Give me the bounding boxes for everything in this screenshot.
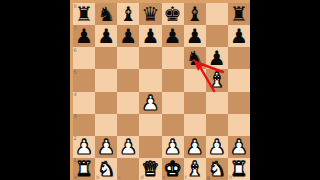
square-d8[interactable]: ♛ bbox=[139, 3, 161, 25]
black-rook: ♜ bbox=[75, 4, 93, 24]
black-king: ♚ bbox=[164, 4, 182, 24]
square-b2[interactable]: ♟ bbox=[95, 136, 117, 158]
square-d3[interactable] bbox=[139, 114, 161, 136]
square-b7[interactable]: ♟ bbox=[95, 25, 117, 47]
rank-label: 6 bbox=[74, 48, 77, 53]
square-d2[interactable] bbox=[139, 136, 161, 158]
square-g7[interactable] bbox=[206, 25, 228, 47]
square-c2[interactable]: ♟ bbox=[117, 136, 139, 158]
white-pawn: ♟ bbox=[97, 136, 115, 156]
square-c3[interactable] bbox=[117, 114, 139, 136]
black-pawn: ♟ bbox=[230, 26, 248, 46]
black-pawn: ♟ bbox=[164, 26, 182, 46]
square-b8[interactable]: ♞ bbox=[95, 3, 117, 25]
square-e7[interactable]: ♟ bbox=[162, 25, 184, 47]
white-pawn: ♟ bbox=[164, 136, 182, 156]
square-b6[interactable] bbox=[95, 47, 117, 69]
chess-board: 8♜♞♝♛♚♝♜7♟♟♟♟♟♟♟6♞♟5♝4♟32♟♟♟♟♟♟♟1a♜b♞cd♛… bbox=[70, 0, 250, 180]
square-g4[interactable] bbox=[206, 92, 228, 114]
white-knight: ♞ bbox=[97, 158, 115, 178]
rank-label: 4 bbox=[74, 92, 77, 97]
square-d1[interactable]: d♛ bbox=[139, 158, 161, 180]
square-g1[interactable]: g♞ bbox=[206, 158, 228, 180]
black-bishop: ♝ bbox=[186, 4, 204, 24]
white-queen: ♛ bbox=[141, 158, 159, 178]
square-e4[interactable] bbox=[162, 92, 184, 114]
square-g2[interactable]: ♟ bbox=[206, 136, 228, 158]
square-f4[interactable] bbox=[184, 92, 206, 114]
square-d5[interactable] bbox=[139, 69, 161, 91]
square-h8[interactable]: ♜ bbox=[228, 3, 250, 25]
black-knight: ♞ bbox=[97, 4, 115, 24]
rank-label: 3 bbox=[74, 114, 77, 119]
letterbox-left bbox=[0, 0, 70, 180]
square-c1[interactable]: c bbox=[117, 158, 139, 180]
square-a6[interactable]: 6 bbox=[73, 47, 95, 69]
white-knight: ♞ bbox=[208, 158, 226, 178]
square-e6[interactable] bbox=[162, 47, 184, 69]
square-b4[interactable] bbox=[95, 92, 117, 114]
rank-label: 5 bbox=[74, 70, 77, 75]
square-c5[interactable] bbox=[117, 69, 139, 91]
square-f2[interactable]: ♟ bbox=[184, 136, 206, 158]
black-knight: ♞ bbox=[186, 48, 204, 68]
square-f3[interactable] bbox=[184, 114, 206, 136]
white-pawn: ♟ bbox=[230, 136, 248, 156]
black-pawn: ♟ bbox=[97, 26, 115, 46]
square-d4[interactable]: ♟ bbox=[139, 92, 161, 114]
white-rook: ♜ bbox=[230, 158, 248, 178]
board-grid: 8♜♞♝♛♚♝♜7♟♟♟♟♟♟♟6♞♟5♝4♟32♟♟♟♟♟♟♟1a♜b♞cd♛… bbox=[73, 3, 250, 180]
square-a8[interactable]: 8♜ bbox=[73, 3, 95, 25]
square-a5[interactable]: 5 bbox=[73, 69, 95, 91]
black-bishop: ♝ bbox=[119, 4, 137, 24]
letterbox-right bbox=[250, 0, 320, 180]
square-g5[interactable]: ♝ bbox=[206, 69, 228, 91]
square-e2[interactable]: ♟ bbox=[162, 136, 184, 158]
square-c4[interactable] bbox=[117, 92, 139, 114]
square-a3[interactable]: 3 bbox=[73, 114, 95, 136]
square-b5[interactable] bbox=[95, 69, 117, 91]
black-pawn: ♟ bbox=[75, 26, 93, 46]
square-f7[interactable]: ♟ bbox=[184, 25, 206, 47]
square-h3[interactable] bbox=[228, 114, 250, 136]
black-pawn: ♟ bbox=[208, 48, 226, 68]
square-g6[interactable]: ♟ bbox=[206, 47, 228, 69]
square-a1[interactable]: 1a♜ bbox=[73, 158, 95, 180]
white-rook: ♜ bbox=[75, 158, 93, 178]
white-pawn: ♟ bbox=[186, 136, 204, 156]
square-e8[interactable]: ♚ bbox=[162, 3, 184, 25]
square-f5[interactable] bbox=[184, 69, 206, 91]
square-h7[interactable]: ♟ bbox=[228, 25, 250, 47]
square-a2[interactable]: 2♟ bbox=[73, 136, 95, 158]
white-pawn: ♟ bbox=[75, 136, 93, 156]
black-rook: ♜ bbox=[230, 4, 248, 24]
square-g3[interactable] bbox=[206, 114, 228, 136]
white-bishop: ♝ bbox=[208, 70, 226, 90]
square-h4[interactable] bbox=[228, 92, 250, 114]
square-g8[interactable] bbox=[206, 3, 228, 25]
white-pawn: ♟ bbox=[119, 136, 137, 156]
square-e1[interactable]: e♚ bbox=[162, 158, 184, 180]
white-pawn: ♟ bbox=[141, 92, 159, 112]
square-c7[interactable]: ♟ bbox=[117, 25, 139, 47]
square-d7[interactable]: ♟ bbox=[139, 25, 161, 47]
square-f1[interactable]: f♝ bbox=[184, 158, 206, 180]
square-c8[interactable]: ♝ bbox=[117, 3, 139, 25]
video-frame: 8♜♞♝♛♚♝♜7♟♟♟♟♟♟♟6♞♟5♝4♟32♟♟♟♟♟♟♟1a♜b♞cd♛… bbox=[0, 0, 320, 180]
square-a7[interactable]: 7♟ bbox=[73, 25, 95, 47]
white-king: ♚ bbox=[164, 158, 182, 178]
square-d6[interactable] bbox=[139, 47, 161, 69]
square-h1[interactable]: h♜ bbox=[228, 158, 250, 180]
file-label: c bbox=[118, 175, 121, 180]
square-b3[interactable] bbox=[95, 114, 117, 136]
black-pawn: ♟ bbox=[119, 26, 137, 46]
white-pawn: ♟ bbox=[208, 136, 226, 156]
square-a4[interactable]: 4 bbox=[73, 92, 95, 114]
square-b1[interactable]: b♞ bbox=[95, 158, 117, 180]
square-e3[interactable] bbox=[162, 114, 184, 136]
square-h5[interactable] bbox=[228, 69, 250, 91]
square-f8[interactable]: ♝ bbox=[184, 3, 206, 25]
square-e5[interactable] bbox=[162, 69, 184, 91]
square-h2[interactable]: ♟ bbox=[228, 136, 250, 158]
black-pawn: ♟ bbox=[141, 26, 159, 46]
square-h6[interactable] bbox=[228, 47, 250, 69]
white-bishop: ♝ bbox=[186, 158, 204, 178]
black-pawn: ♟ bbox=[186, 26, 204, 46]
square-f6[interactable]: ♞ bbox=[184, 47, 206, 69]
square-c6[interactable] bbox=[117, 47, 139, 69]
black-queen: ♛ bbox=[141, 4, 159, 24]
